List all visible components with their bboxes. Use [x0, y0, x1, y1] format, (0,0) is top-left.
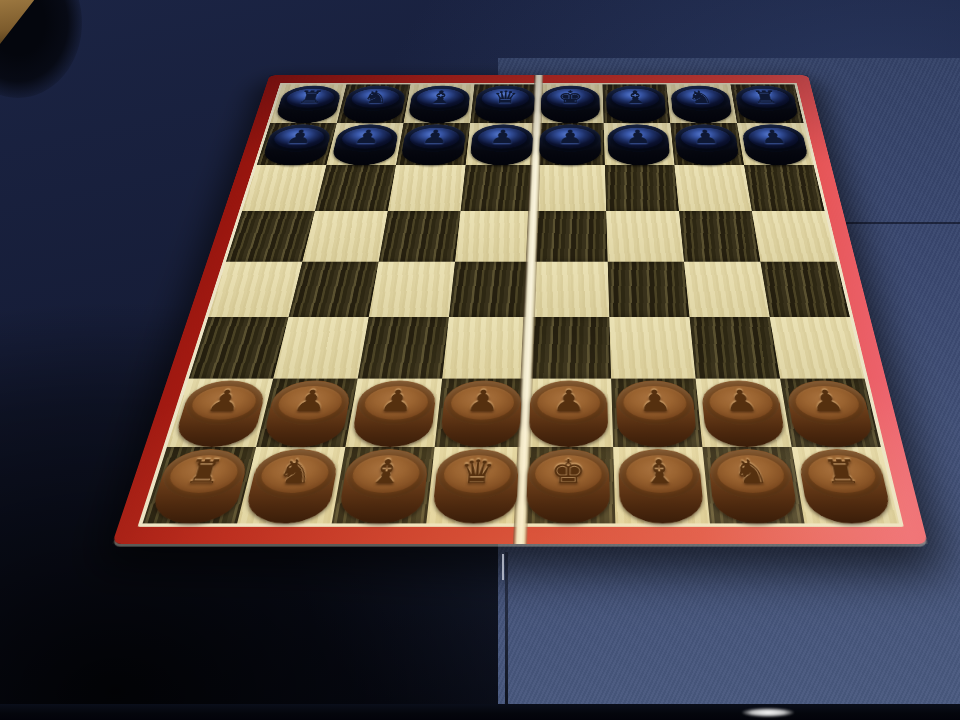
disc-top: ♚: [528, 450, 609, 499]
square-f7[interactable]: ♟: [604, 123, 675, 165]
piece-white-rook-a1[interactable]: ♜: [147, 449, 250, 523]
disc-top: ♟: [530, 381, 607, 424]
piece-black-pawn-d7[interactable]: ♟: [469, 124, 533, 165]
piece-black-pawn-e7[interactable]: ♟: [539, 124, 601, 165]
pawn-icon: ♟: [691, 128, 720, 146]
square-f3[interactable]: [609, 317, 695, 378]
square-h3[interactable]: [770, 317, 865, 378]
piece-black-bishop-f8[interactable]: ♝: [606, 86, 667, 124]
square-d8[interactable]: ♛: [470, 84, 538, 123]
bishop-icon: ♝: [366, 456, 406, 489]
square-d6[interactable]: [461, 165, 536, 211]
square-b4[interactable]: [289, 262, 379, 318]
piece-black-knight-b8[interactable]: ♞: [340, 86, 407, 124]
square-c5[interactable]: [379, 211, 461, 261]
pawn-icon: ♟: [488, 128, 516, 146]
piece-black-pawn-g7[interactable]: ♟: [674, 124, 741, 165]
table-seam-glint: [502, 554, 504, 580]
pawn-icon: ♟: [557, 128, 584, 146]
pawn-icon: ♟: [283, 128, 315, 146]
piece-black-pawn-a7[interactable]: ♟: [260, 124, 333, 165]
rook-icon: ♜: [182, 456, 227, 489]
table-edge-strip: [0, 704, 960, 720]
table-surface: ♜♞♝♛♚♝♞♜♟♟♟♟♟♟♟♟♟♟♟♟♟♟♟♟♜♞♝♛♚♝♞♜: [0, 0, 960, 720]
pawn-icon: ♟: [352, 128, 382, 146]
pawn-icon: ♟: [290, 387, 330, 416]
piece-white-pawn-f2[interactable]: ♟: [616, 381, 698, 447]
piece-black-pawn-h7[interactable]: ♟: [741, 124, 810, 165]
square-e1[interactable]: ♚: [521, 447, 616, 524]
square-b8[interactable]: ♞: [337, 84, 411, 123]
piece-black-king-e8[interactable]: ♚: [540, 86, 600, 124]
square-f5[interactable]: [606, 211, 684, 261]
piece-white-bishop-c1[interactable]: ♝: [337, 449, 430, 523]
square-a4[interactable]: [208, 262, 302, 318]
piece-white-knight-g1[interactable]: ♞: [707, 449, 799, 523]
disc-top: ♝: [607, 86, 665, 111]
square-c6[interactable]: [388, 165, 466, 211]
piece-white-bishop-f1[interactable]: ♝: [618, 449, 705, 523]
square-c8[interactable]: ♝: [404, 84, 475, 123]
piece-white-king-e1[interactable]: ♚: [526, 449, 611, 523]
square-a8[interactable]: ♜: [270, 84, 346, 123]
square-a7[interactable]: ♟: [257, 123, 337, 165]
king-icon: ♚: [550, 456, 586, 489]
rook-icon: ♜: [751, 89, 780, 106]
piece-white-pawn-h2[interactable]: ♟: [785, 381, 876, 447]
piece-black-rook-h8[interactable]: ♜: [734, 86, 800, 124]
square-h6[interactable]: [744, 165, 825, 211]
square-e4[interactable]: [529, 262, 609, 318]
square-h2[interactable]: ♟: [780, 379, 881, 447]
square-c4[interactable]: [369, 262, 455, 318]
board-inner-frame: ♜♞♝♛♚♝♞♜♟♟♟♟♟♟♟♟♟♟♟♟♟♟♟♟♜♞♝♛♚♝♞♜: [138, 83, 904, 527]
piece-black-knight-g8[interactable]: ♞: [670, 86, 734, 124]
pawn-icon: ♟: [807, 387, 847, 416]
square-b2[interactable]: ♟: [256, 379, 358, 447]
queen-icon: ♛: [458, 456, 496, 489]
square-b6[interactable]: [315, 165, 396, 211]
square-g5[interactable]: [679, 211, 760, 261]
piece-white-queen-d1[interactable]: ♛: [431, 449, 519, 523]
pawn-icon: ♟: [722, 387, 760, 416]
square-a2[interactable]: ♟: [167, 379, 273, 447]
square-g4[interactable]: [684, 262, 770, 318]
square-e3[interactable]: [527, 317, 611, 378]
knight-icon: ♞: [274, 456, 317, 489]
pawn-icon: ♟: [758, 128, 788, 146]
piece-white-pawn-b2[interactable]: ♟: [261, 381, 353, 447]
board-grid: ♜♞♝♛♚♝♞♜♟♟♟♟♟♟♟♟♟♟♟♟♟♟♟♟♜♞♝♛♚♝♞♜: [143, 84, 900, 523]
disc-top: ♟: [608, 125, 669, 152]
disc-top: ♚: [542, 86, 600, 111]
piece-white-pawn-a2[interactable]: ♟: [172, 381, 269, 447]
square-b7[interactable]: ♟: [326, 123, 403, 165]
piece-black-rook-a8[interactable]: ♜: [274, 86, 343, 124]
square-e2[interactable]: ♟: [524, 379, 613, 447]
rook-icon: ♜: [820, 456, 862, 489]
square-g7[interactable]: ♟: [670, 123, 744, 165]
piece-white-rook-h1[interactable]: ♜: [797, 449, 895, 523]
pawn-icon: ♟: [465, 387, 501, 416]
square-e7[interactable]: ♟: [535, 123, 605, 165]
square-h7[interactable]: ♟: [737, 123, 814, 165]
square-c3[interactable]: [358, 317, 449, 378]
table-edge-glint: [742, 708, 794, 717]
square-h8[interactable]: ♜: [730, 84, 803, 123]
square-e8[interactable]: ♚: [537, 84, 604, 123]
square-a5[interactable]: [226, 211, 315, 261]
rook-icon: ♜: [296, 89, 326, 106]
square-c2[interactable]: ♟: [345, 379, 442, 447]
square-f2[interactable]: ♟: [611, 379, 702, 447]
pawn-icon: ♟: [420, 128, 449, 146]
square-e5[interactable]: [531, 211, 607, 261]
piece-black-pawn-b7[interactable]: ♟: [330, 124, 400, 165]
square-f8[interactable]: ♝: [602, 84, 670, 123]
square-h4[interactable]: [760, 262, 850, 318]
knight-icon: ♞: [361, 89, 390, 106]
square-f6[interactable]: [605, 165, 679, 211]
piece-white-pawn-c2[interactable]: ♟: [350, 381, 437, 447]
knight-icon: ♞: [686, 89, 714, 106]
square-a6[interactable]: [242, 165, 326, 211]
square-h5[interactable]: [752, 211, 837, 261]
square-c7[interactable]: ♟: [396, 123, 470, 165]
square-f1[interactable]: ♝: [613, 447, 710, 524]
bishop-icon: ♝: [622, 89, 649, 106]
square-d1[interactable]: ♛: [426, 447, 524, 524]
square-g6[interactable]: [674, 165, 751, 211]
pawn-icon: ♟: [624, 128, 652, 146]
square-b5[interactable]: [302, 211, 387, 261]
square-f4[interactable]: [608, 262, 690, 318]
pawn-icon: ♟: [377, 387, 415, 416]
board-red-border: ♜♞♝♛♚♝♞♜♟♟♟♟♟♟♟♟♟♟♟♟♟♟♟♟♜♞♝♛♚♝♞♜: [112, 75, 928, 544]
square-g2[interactable]: ♟: [696, 379, 792, 447]
piece-white-pawn-e2[interactable]: ♟: [529, 381, 609, 447]
square-d3[interactable]: [442, 317, 529, 378]
square-d2[interactable]: ♟: [435, 379, 527, 447]
disc-top: ♟: [540, 125, 600, 152]
piece-white-knight-b1[interactable]: ♞: [242, 449, 340, 523]
table-seam-vertical: [505, 552, 508, 708]
bishop-icon: ♝: [427, 89, 455, 106]
piece-black-pawn-f7[interactable]: ♟: [607, 124, 671, 165]
square-d4[interactable]: [449, 262, 531, 318]
square-e6[interactable]: [533, 165, 606, 211]
piece-black-bishop-c8[interactable]: ♝: [407, 86, 471, 124]
square-g1[interactable]: ♞: [702, 447, 804, 524]
square-b1[interactable]: ♞: [237, 447, 345, 524]
knight-icon: ♞: [731, 456, 771, 489]
queen-icon: ♛: [492, 89, 519, 106]
pawn-icon: ♟: [552, 387, 586, 416]
square-h1[interactable]: ♜: [792, 447, 899, 524]
square-b3[interactable]: [273, 317, 369, 378]
square-d5[interactable]: [455, 211, 533, 261]
piece-black-pawn-c7[interactable]: ♟: [400, 124, 467, 165]
piece-white-pawn-g2[interactable]: ♟: [700, 381, 787, 447]
king-icon: ♚: [557, 89, 583, 106]
bishop-icon: ♝: [641, 456, 679, 489]
square-a3[interactable]: [189, 317, 289, 378]
piece-black-queen-d8[interactable]: ♛: [474, 86, 535, 124]
chess-board: ♜♞♝♛♚♝♞♜♟♟♟♟♟♟♟♟♟♟♟♟♟♟♟♟♜♞♝♛♚♝♞♜: [112, 0, 960, 544]
square-g8[interactable]: ♞: [666, 84, 737, 123]
square-d7[interactable]: ♟: [466, 123, 537, 165]
square-c1[interactable]: ♝: [332, 447, 435, 524]
piece-white-pawn-d2[interactable]: ♟: [439, 381, 522, 447]
pawn-icon: ♟: [203, 387, 245, 416]
pawn-icon: ♟: [637, 387, 673, 416]
square-g3[interactable]: [690, 317, 781, 378]
